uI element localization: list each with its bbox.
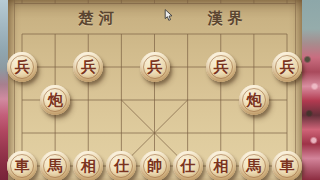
piece-glyph: 帥 (147, 158, 162, 173)
piece-red-chariot[interactable]: 車 (7, 151, 37, 180)
piece-red-soldier[interactable]: 兵 (7, 52, 37, 82)
piece-glyph: 兵 (81, 59, 96, 74)
piece-red-horse[interactable]: 馬 (40, 151, 70, 180)
piece-red-advisor[interactable]: 仕 (173, 151, 203, 180)
piece-glyph: 相 (81, 158, 96, 173)
piece-glyph: 車 (280, 158, 295, 173)
piece-red-advisor[interactable]: 仕 (106, 151, 136, 180)
piece-red-soldier[interactable]: 兵 (206, 52, 236, 82)
piece-red-general[interactable]: 帥 (140, 151, 170, 180)
piece-glyph: 車 (15, 158, 30, 173)
piece-glyph: 仕 (114, 158, 129, 173)
piece-glyph: 炮 (48, 92, 63, 107)
piece-red-horse[interactable]: 馬 (239, 151, 269, 180)
river-label-han-jie: 漢界 (189, 8, 261, 28)
piece-glyph: 兵 (213, 59, 228, 74)
piece-red-elephant[interactable]: 相 (73, 151, 103, 180)
piece-red-chariot[interactable]: 車 (272, 151, 302, 180)
piece-glyph: 兵 (15, 59, 30, 74)
piece-red-soldier[interactable]: 兵 (272, 52, 302, 82)
piece-glyph: 仕 (180, 158, 195, 173)
river-label-chu-he: 楚河 (60, 8, 132, 28)
piece-glyph: 兵 (280, 59, 295, 74)
background-scenery-right (302, 0, 320, 180)
piece-glyph: 馬 (246, 158, 261, 173)
piece-red-soldier[interactable]: 兵 (140, 52, 170, 82)
piece-red-cannon[interactable]: 炮 (239, 85, 269, 115)
piece-red-cannon[interactable]: 炮 (40, 85, 70, 115)
piece-glyph: 馬 (48, 158, 63, 173)
piece-glyph: 相 (213, 158, 228, 173)
piece-glyph: 炮 (246, 92, 261, 107)
piece-red-elephant[interactable]: 相 (206, 151, 236, 180)
mouse-cursor-icon (164, 9, 174, 22)
xiangqi-game-screen: 楚河 漢界 兵兵兵兵兵炮炮車馬相仕帥仕相馬車 (0, 0, 320, 180)
piece-glyph: 兵 (147, 59, 162, 74)
